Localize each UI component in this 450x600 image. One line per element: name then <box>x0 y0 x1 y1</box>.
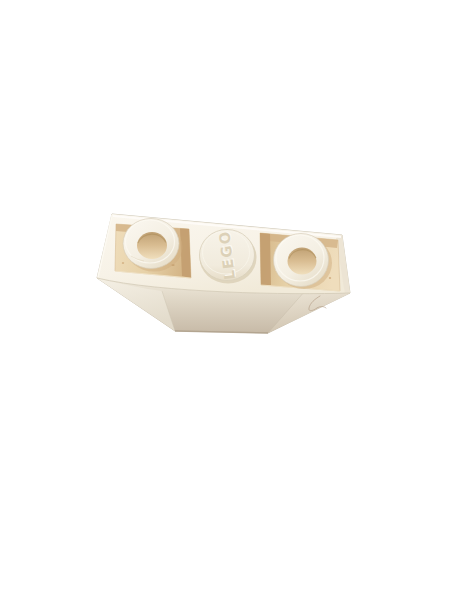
recess-debris-speck <box>329 277 331 279</box>
right-stud-hole <box>288 248 317 275</box>
left-stud-hole <box>137 232 167 259</box>
lego-brick-photo: LEGO LEGO <box>0 0 450 600</box>
photo-background: LEGO LEGO <box>0 0 450 600</box>
right-recess-left-wall <box>260 233 271 285</box>
recess-debris-speck <box>122 262 124 264</box>
